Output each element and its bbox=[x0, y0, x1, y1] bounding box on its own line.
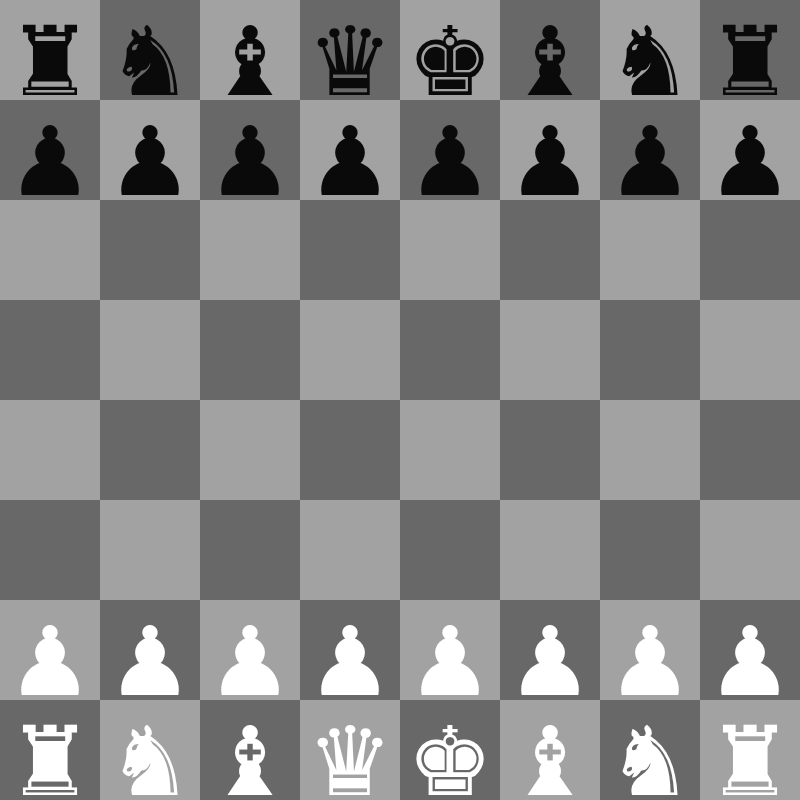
square-f6[interactable] bbox=[500, 200, 600, 300]
piece-black-pawn: ♟ bbox=[607, 114, 693, 200]
square-c8[interactable]: ♝ bbox=[200, 0, 300, 100]
square-f4[interactable] bbox=[500, 400, 600, 500]
square-a4[interactable] bbox=[0, 400, 100, 500]
square-a7[interactable]: ♟ bbox=[0, 100, 100, 200]
square-e7[interactable]: ♟ bbox=[400, 100, 500, 200]
square-f2[interactable]: ♟ bbox=[500, 600, 600, 700]
square-f7[interactable]: ♟ bbox=[500, 100, 600, 200]
square-a5[interactable] bbox=[0, 300, 100, 400]
piece-white-king: ♚ bbox=[407, 714, 493, 800]
square-h5[interactable] bbox=[700, 300, 800, 400]
piece-black-pawn: ♟ bbox=[707, 114, 793, 200]
piece-black-knight: ♞ bbox=[607, 14, 693, 100]
piece-black-pawn: ♟ bbox=[107, 114, 193, 200]
piece-white-rook: ♜ bbox=[7, 714, 93, 800]
square-g4[interactable] bbox=[600, 400, 700, 500]
square-e6[interactable] bbox=[400, 200, 500, 300]
square-h4[interactable] bbox=[700, 400, 800, 500]
square-d8[interactable]: ♛ bbox=[300, 0, 400, 100]
square-a6[interactable] bbox=[0, 200, 100, 300]
square-e4[interactable] bbox=[400, 400, 500, 500]
square-d1[interactable]: ♛ bbox=[300, 700, 400, 800]
square-f1[interactable]: ♝ bbox=[500, 700, 600, 800]
piece-white-knight: ♞ bbox=[607, 714, 693, 800]
piece-white-queen: ♛ bbox=[307, 714, 393, 800]
square-d2[interactable]: ♟ bbox=[300, 600, 400, 700]
piece-black-bishop: ♝ bbox=[207, 14, 293, 100]
square-a8[interactable]: ♜ bbox=[0, 0, 100, 100]
piece-white-pawn: ♟ bbox=[207, 614, 293, 700]
square-a3[interactable] bbox=[0, 500, 100, 600]
square-h7[interactable]: ♟ bbox=[700, 100, 800, 200]
square-f5[interactable] bbox=[500, 300, 600, 400]
square-g1[interactable]: ♞ bbox=[600, 700, 700, 800]
square-b7[interactable]: ♟ bbox=[100, 100, 200, 200]
piece-white-rook: ♜ bbox=[707, 714, 793, 800]
square-h1[interactable]: ♜ bbox=[700, 700, 800, 800]
square-h6[interactable] bbox=[700, 200, 800, 300]
square-h3[interactable] bbox=[700, 500, 800, 600]
chessboard: ♜♞♝♛♚♝♞♜♟♟♟♟♟♟♟♟♟♟♟♟♟♟♟♟♜♞♝♛♚♝♞♜ bbox=[0, 0, 800, 800]
square-g5[interactable] bbox=[600, 300, 700, 400]
square-g8[interactable]: ♞ bbox=[600, 0, 700, 100]
piece-black-rook: ♜ bbox=[707, 14, 793, 100]
square-e5[interactable] bbox=[400, 300, 500, 400]
piece-white-pawn: ♟ bbox=[607, 614, 693, 700]
square-b4[interactable] bbox=[100, 400, 200, 500]
piece-white-bishop: ♝ bbox=[507, 714, 593, 800]
square-b5[interactable] bbox=[100, 300, 200, 400]
square-a1[interactable]: ♜ bbox=[0, 700, 100, 800]
piece-black-knight: ♞ bbox=[107, 14, 193, 100]
square-e8[interactable]: ♚ bbox=[400, 0, 500, 100]
piece-white-pawn: ♟ bbox=[107, 614, 193, 700]
square-c5[interactable] bbox=[200, 300, 300, 400]
square-f8[interactable]: ♝ bbox=[500, 0, 600, 100]
square-b8[interactable]: ♞ bbox=[100, 0, 200, 100]
piece-black-bishop: ♝ bbox=[507, 14, 593, 100]
square-g6[interactable] bbox=[600, 200, 700, 300]
piece-black-pawn: ♟ bbox=[507, 114, 593, 200]
square-g7[interactable]: ♟ bbox=[600, 100, 700, 200]
square-g3[interactable] bbox=[600, 500, 700, 600]
square-d4[interactable] bbox=[300, 400, 400, 500]
piece-white-pawn: ♟ bbox=[707, 614, 793, 700]
piece-black-king: ♚ bbox=[407, 14, 493, 100]
square-c7[interactable]: ♟ bbox=[200, 100, 300, 200]
piece-white-pawn: ♟ bbox=[407, 614, 493, 700]
square-c2[interactable]: ♟ bbox=[200, 600, 300, 700]
square-b2[interactable]: ♟ bbox=[100, 600, 200, 700]
square-b6[interactable] bbox=[100, 200, 200, 300]
piece-white-bishop: ♝ bbox=[207, 714, 293, 800]
piece-white-knight: ♞ bbox=[107, 714, 193, 800]
square-h2[interactable]: ♟ bbox=[700, 600, 800, 700]
piece-black-queen: ♛ bbox=[307, 14, 393, 100]
square-d6[interactable] bbox=[300, 200, 400, 300]
piece-white-pawn: ♟ bbox=[507, 614, 593, 700]
square-h8[interactable]: ♜ bbox=[700, 0, 800, 100]
square-d7[interactable]: ♟ bbox=[300, 100, 400, 200]
square-b3[interactable] bbox=[100, 500, 200, 600]
square-e1[interactable]: ♚ bbox=[400, 700, 500, 800]
square-c3[interactable] bbox=[200, 500, 300, 600]
square-f3[interactable] bbox=[500, 500, 600, 600]
piece-black-pawn: ♟ bbox=[7, 114, 93, 200]
square-c1[interactable]: ♝ bbox=[200, 700, 300, 800]
square-b1[interactable]: ♞ bbox=[100, 700, 200, 800]
piece-white-pawn: ♟ bbox=[7, 614, 93, 700]
square-e2[interactable]: ♟ bbox=[400, 600, 500, 700]
piece-black-pawn: ♟ bbox=[307, 114, 393, 200]
piece-black-pawn: ♟ bbox=[207, 114, 293, 200]
piece-black-pawn: ♟ bbox=[407, 114, 493, 200]
square-c4[interactable] bbox=[200, 400, 300, 500]
square-e3[interactable] bbox=[400, 500, 500, 600]
square-c6[interactable] bbox=[200, 200, 300, 300]
square-d5[interactable] bbox=[300, 300, 400, 400]
square-g2[interactable]: ♟ bbox=[600, 600, 700, 700]
piece-white-pawn: ♟ bbox=[307, 614, 393, 700]
piece-black-rook: ♜ bbox=[7, 14, 93, 100]
square-a2[interactable]: ♟ bbox=[0, 600, 100, 700]
square-d3[interactable] bbox=[300, 500, 400, 600]
